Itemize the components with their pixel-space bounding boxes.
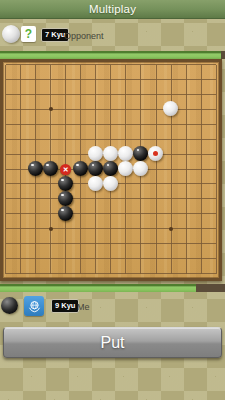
- grid-line-horizontal: [6, 258, 217, 259]
- stone-highlight: [92, 164, 95, 167]
- stone-white: [103, 146, 118, 161]
- stone-highlight: [137, 149, 140, 152]
- me-timer-bar: [0, 284, 225, 292]
- forbidden-point-marker: ✕: [60, 164, 71, 175]
- star-point: [49, 107, 53, 111]
- stone-highlight: [76, 164, 79, 167]
- star-point: [169, 227, 173, 231]
- stone-white: [88, 146, 103, 161]
- me-timer-fill: [0, 284, 196, 292]
- stone-white: [103, 176, 118, 191]
- stone-black: [28, 161, 43, 176]
- stone-highlight: [31, 164, 34, 167]
- me-label: Me: [77, 302, 90, 312]
- opponent-label: Opponent: [64, 31, 104, 41]
- un-globe-icon: [27, 299, 42, 314]
- stone-highlight: [46, 164, 49, 167]
- grid-line-horizontal: [6, 273, 217, 274]
- stone-black: [58, 191, 73, 206]
- opponent-avatar[interactable]: ?: [21, 26, 36, 42]
- opponent-timer-bar: [0, 51, 225, 59]
- grid-line-vertical: [156, 65, 157, 274]
- me-stone-color-black-icon: [1, 297, 18, 314]
- game-board[interactable]: ✕: [0, 59, 222, 281]
- stone-black: [133, 146, 148, 161]
- stone-black: [58, 206, 73, 221]
- grid-line-vertical: [216, 65, 217, 274]
- app-title: Multiplay: [89, 3, 136, 15]
- stone-white: [118, 161, 133, 176]
- grid-line-vertical: [186, 65, 187, 274]
- grid-line-horizontal: [6, 228, 217, 229]
- stone-white: [163, 101, 178, 116]
- stone-white: [148, 146, 163, 161]
- stone-highlight: [61, 179, 64, 182]
- me-rank-badge: 9 Kyu: [51, 299, 79, 313]
- grid-line-horizontal: [6, 213, 217, 214]
- opponent-stone-color-white-icon: [2, 25, 20, 43]
- app-screen: Multiplay ? 7 Kyu Opponent ✕ 9 Kyu Me Pu…: [0, 0, 225, 400]
- stone-highlight: [61, 194, 64, 197]
- opponent-timer-fill: [0, 51, 221, 59]
- stone-black: [58, 176, 73, 191]
- grid-line-vertical: [201, 65, 202, 274]
- stone-black: [103, 161, 118, 176]
- me-avatar[interactable]: [24, 296, 44, 316]
- title-bar: Multiplay: [0, 0, 225, 19]
- stone-black: [88, 161, 103, 176]
- grid-line-horizontal: [6, 198, 217, 199]
- question-mark-icon: ?: [25, 27, 32, 42]
- stone-white: [133, 161, 148, 176]
- stone-black: [73, 161, 88, 176]
- stone-white: [88, 176, 103, 191]
- grid-line-vertical: [171, 65, 172, 274]
- stone-black: [43, 161, 58, 176]
- star-point: [49, 227, 53, 231]
- grid-line-horizontal: [6, 243, 217, 244]
- put-button[interactable]: Put: [3, 327, 222, 358]
- stone-white: [118, 146, 133, 161]
- stone-highlight: [61, 209, 64, 212]
- last-move-dot: [153, 151, 158, 156]
- stone-highlight: [107, 164, 110, 167]
